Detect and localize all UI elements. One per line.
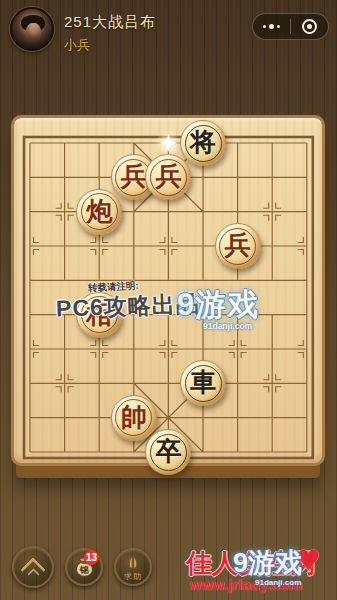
collapse-menu-button[interactable] bbox=[12, 546, 54, 588]
piece-red-兵[interactable]: 兵 bbox=[215, 223, 261, 269]
close-target-icon bbox=[302, 19, 317, 34]
piece-red-兵[interactable]: 兵 bbox=[145, 154, 191, 200]
level-title: 251大战吕布 bbox=[64, 13, 156, 32]
player-avatar[interactable] bbox=[10, 7, 54, 51]
piece-glyph: 相 bbox=[86, 301, 112, 327]
piece-black-将[interactable]: 将 bbox=[180, 120, 226, 166]
pieces-layer: 将兵兵炮兵相車帥卒 bbox=[14, 118, 322, 463]
ask-help-button[interactable]: 求助 bbox=[114, 548, 152, 586]
piece-glyph: 兵 bbox=[225, 232, 251, 258]
watermark-red-site-name: 佳人女性网 bbox=[186, 546, 316, 581]
piece-glyph: 卒 bbox=[155, 438, 181, 464]
dot-icon bbox=[269, 24, 274, 29]
watermark-site-logo-bottom: 9游戏 bbox=[233, 545, 302, 581]
rank-label: 小兵 bbox=[64, 36, 90, 54]
xiangqi-board[interactable]: 将兵兵炮兵相車帥卒 bbox=[14, 118, 322, 463]
piece-glyph: 帥 bbox=[121, 404, 147, 430]
dot-icon bbox=[263, 25, 266, 28]
piece-glyph: 兵 bbox=[121, 163, 147, 189]
close-miniprogram-button[interactable] bbox=[291, 14, 328, 39]
watermark-red-site-url: www.jrlady.com bbox=[190, 576, 303, 593]
help-label: 求助 bbox=[124, 571, 142, 582]
last-move-sparkle-icon bbox=[154, 129, 182, 157]
piece-red-相[interactable]: 相 bbox=[76, 292, 122, 338]
piece-glyph: 車 bbox=[190, 369, 216, 395]
heart-icon: ♥ bbox=[296, 544, 321, 577]
piece-red-帥[interactable]: 帥 bbox=[111, 395, 157, 441]
piece-glyph: 炮 bbox=[86, 198, 112, 224]
piece-black-卒[interactable]: 卒 bbox=[145, 429, 191, 475]
praying-hands-icon bbox=[122, 555, 144, 570]
piece-black-車[interactable]: 車 bbox=[180, 360, 226, 406]
hint-count-badge: 13 bbox=[84, 550, 99, 565]
piece-glyph: 兵 bbox=[155, 163, 181, 189]
piece-red-炮[interactable]: 炮 bbox=[76, 189, 122, 235]
app-screen: 251大战吕布 小兵 将兵兵炮兵相車帥卒 转载请注明: PC6攻略出品 9游戏 … bbox=[0, 0, 337, 600]
wechat-capsule bbox=[252, 13, 329, 40]
more-menu-button[interactable] bbox=[253, 14, 290, 39]
watermark-site-url-bottom: 91danji.com bbox=[255, 578, 301, 587]
piece-glyph: 将 bbox=[190, 129, 216, 155]
hint-bag-label: 锦 bbox=[79, 564, 89, 574]
dot-icon bbox=[277, 25, 280, 28]
